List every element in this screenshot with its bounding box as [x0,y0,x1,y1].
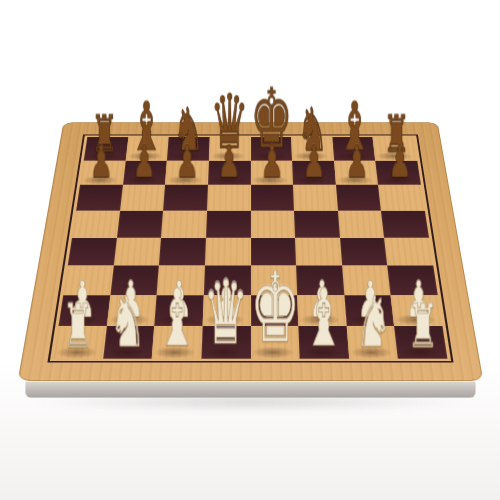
square-g4[interactable] [339,237,387,265]
square-c4[interactable] [159,237,206,265]
square-f7[interactable]: ♟ [292,160,336,185]
board-playing-area: ♜♝♞♛♚♞♝♜♟♟♟♟♟♟♟♟♟♟♟♟♟♟♟♟♜♞♝♛♚♝♞♜ [47,134,453,362]
square-e7[interactable]: ♟ [250,160,293,185]
photo-background: ♜♝♞♛♚♞♝♜♟♟♟♟♟♟♟♟♟♟♟♟♟♟♟♟♜♞♝♛♚♝♞♜ [0,0,500,500]
board-frame: ♜♝♞♛♚♞♝♜♟♟♟♟♟♟♟♟♟♟♟♟♟♟♟♟♜♞♝♛♚♝♞♜ [17,122,483,381]
black-pawn-a7[interactable]: ♟ [89,139,112,184]
square-c6[interactable] [163,185,208,211]
square-g7[interactable]: ♟ [333,160,377,185]
square-c5[interactable] [161,210,207,237]
square-a6[interactable] [76,185,123,211]
square-e6[interactable] [250,185,294,211]
square-d7[interactable]: ♟ [207,160,250,185]
white-king-e1[interactable]: ♚ [249,260,299,357]
white-queen-d1[interactable]: ♛ [202,269,248,357]
square-f1[interactable]: ♝ [298,326,348,359]
square-a1[interactable]: ♜ [53,326,106,359]
square-c1[interactable]: ♝ [152,326,202,359]
square-h6[interactable] [378,185,425,211]
black-pawn-d7[interactable]: ♟ [217,139,240,184]
board-side-edge [25,380,475,397]
square-h1[interactable]: ♜ [394,326,447,359]
square-d6[interactable] [206,185,250,211]
board-grid: ♜♝♞♛♚♞♝♜♟♟♟♟♟♟♟♟♟♟♟♟♟♟♟♟♜♞♝♛♚♝♞♜ [53,137,447,359]
square-e1[interactable]: ♚ [250,326,299,359]
white-bishop-f1[interactable]: ♝ [303,277,344,356]
black-pawn-c7[interactable]: ♟ [174,139,197,184]
square-e5[interactable] [250,210,295,237]
square-c7[interactable]: ♟ [165,160,209,185]
square-b1[interactable]: ♞ [102,326,154,359]
white-rook-h1[interactable]: ♜ [406,296,438,357]
black-pawn-h7[interactable]: ♟ [387,139,410,184]
square-f4[interactable] [295,237,342,265]
square-b7[interactable]: ♟ [122,160,166,185]
square-f6[interactable] [293,185,338,211]
white-knight-g1[interactable]: ♞ [355,286,392,357]
white-knight-b1[interactable]: ♞ [109,286,146,357]
square-h4[interactable] [384,237,433,265]
square-a7[interactable]: ♟ [79,160,124,185]
black-pawn-g7[interactable]: ♟ [345,139,368,184]
black-pawn-e7[interactable]: ♟ [260,139,283,184]
square-d5[interactable] [205,210,250,237]
square-h5[interactable] [381,210,429,237]
square-a5[interactable] [72,210,120,237]
white-bishop-c1[interactable]: ♝ [156,277,197,356]
square-b4[interactable] [113,237,161,265]
square-f5[interactable] [294,210,340,237]
square-g6[interactable] [335,185,381,211]
square-g1[interactable]: ♞ [346,326,398,359]
square-d1[interactable]: ♛ [201,326,250,359]
square-b6[interactable] [119,185,165,211]
square-g5[interactable] [337,210,384,237]
square-b5[interactable] [116,210,163,237]
square-a4[interactable] [67,237,116,265]
chess-board: ♜♝♞♛♚♞♝♜♟♟♟♟♟♟♟♟♟♟♟♟♟♟♟♟♜♞♝♛♚♝♞♜ [17,122,483,381]
black-pawn-b7[interactable]: ♟ [132,139,155,184]
square-h7[interactable]: ♟ [375,160,420,185]
white-rook-a1[interactable]: ♜ [62,296,94,357]
black-pawn-f7[interactable]: ♟ [302,139,325,184]
